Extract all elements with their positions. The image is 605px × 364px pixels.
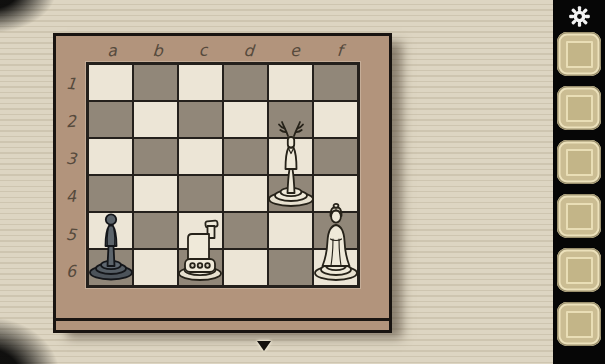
column-label-a: a (88, 34, 136, 64)
square-d5[interactable] (224, 213, 267, 248)
inventory-slot-5[interactable] (557, 248, 601, 292)
column-label-d: d (225, 34, 272, 63)
deer-king-piece[interactable] (266, 119, 316, 207)
inventory-slot-1[interactable] (557, 32, 601, 76)
column-labels: abcdef (89, 36, 363, 62)
square-d3[interactable] (224, 139, 267, 174)
inventory-slot-inner (566, 311, 593, 338)
gear-icon[interactable] (568, 5, 591, 28)
square-b4[interactable] (134, 176, 177, 211)
inventory-slot-3[interactable] (557, 140, 601, 184)
chessboard-frame: abcdef 123456 (53, 33, 392, 333)
square-c4[interactable] (179, 176, 222, 211)
square-b2[interactable] (134, 102, 177, 137)
square-b6[interactable] (134, 250, 177, 285)
square-f3[interactable] (314, 139, 357, 174)
game-screen: abcdef 123456 (0, 0, 605, 364)
square-f1[interactable] (314, 65, 357, 100)
row-labels: 123456 (56, 65, 86, 291)
stove-piece[interactable] (176, 219, 226, 281)
square-b3[interactable] (134, 139, 177, 174)
square-b5[interactable] (134, 213, 177, 248)
square-d2[interactable] (224, 102, 267, 137)
square-c1[interactable] (179, 65, 222, 100)
board-area (86, 62, 360, 288)
frame-shelf-line (56, 318, 389, 321)
inventory-slot-inner (566, 257, 593, 284)
column-label-e: e (271, 34, 319, 64)
column-label-c: c (179, 34, 227, 64)
square-e1[interactable] (269, 65, 312, 100)
inventory-slot-inner (566, 41, 593, 68)
inventory-slot-6[interactable] (557, 302, 601, 346)
column-label-b: b (134, 34, 181, 63)
square-e5[interactable] (269, 213, 312, 248)
dark-man-piece[interactable] (88, 196, 134, 281)
row-label-3: 3 (54, 139, 88, 180)
square-a2[interactable] (89, 102, 132, 137)
row-label-2: 2 (55, 102, 88, 142)
square-c3[interactable] (179, 139, 222, 174)
inventory-slot-2[interactable] (557, 86, 601, 130)
row-label-4: 4 (55, 177, 88, 217)
square-f2[interactable] (314, 102, 357, 137)
inventory-slot-inner (566, 203, 593, 230)
inventory-slot-inner (566, 149, 593, 176)
row-label-6: 6 (55, 252, 88, 292)
square-c2[interactable] (179, 102, 222, 137)
column-label-f: f (317, 34, 364, 63)
down-arrow-icon[interactable] (257, 341, 271, 351)
square-a3[interactable] (89, 139, 132, 174)
square-d4[interactable] (224, 176, 267, 211)
inventory-slot-4[interactable] (557, 194, 601, 238)
square-b1[interactable] (134, 65, 177, 100)
square-d1[interactable] (224, 65, 267, 100)
inventory-slot-inner (566, 95, 593, 122)
square-a1[interactable] (89, 65, 132, 100)
inventory-sidebar (553, 0, 605, 364)
woman-piece[interactable] (312, 199, 360, 281)
row-label-5: 5 (54, 214, 88, 255)
square-d6[interactable] (224, 250, 267, 285)
row-label-1: 1 (54, 64, 88, 105)
square-e6[interactable] (269, 250, 312, 285)
